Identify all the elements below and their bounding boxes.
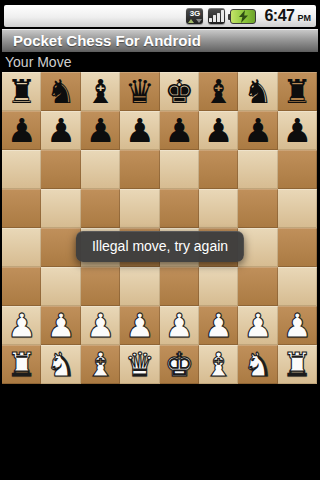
black-knight: ♞ [243, 72, 273, 111]
black-pawn: ♟ [164, 111, 194, 150]
square-c6[interactable] [81, 150, 120, 189]
square-d8[interactable]: ♛ [120, 72, 159, 111]
square-g7[interactable]: ♟ [238, 111, 277, 150]
clock-time: 6:47 [264, 7, 294, 25]
square-a8[interactable]: ♜ [2, 72, 41, 111]
white-rook: ♜ [7, 345, 37, 384]
toast-message: Illegal move, try again [76, 231, 244, 262]
white-pawn: ♟ [125, 306, 155, 345]
square-f5[interactable] [199, 189, 238, 228]
square-f8[interactable]: ♝ [199, 72, 238, 111]
black-pawn: ♟ [125, 111, 155, 150]
status-clock: 6:47 PM [264, 7, 311, 25]
black-rook: ♜ [7, 72, 37, 111]
square-h7[interactable]: ♟ [278, 111, 317, 150]
square-e1[interactable]: ♚ [160, 345, 199, 384]
white-king: ♚ [164, 345, 194, 384]
square-h2[interactable]: ♟ [278, 306, 317, 345]
square-f3[interactable] [199, 267, 238, 306]
white-bishop: ♝ [204, 345, 234, 384]
square-a3[interactable] [2, 267, 41, 306]
square-b7[interactable]: ♟ [41, 111, 80, 150]
network-3g-label: 3G [190, 10, 201, 18]
black-pawn: ♟ [204, 111, 234, 150]
square-a7[interactable]: ♟ [2, 111, 41, 150]
square-b6[interactable] [41, 150, 80, 189]
square-g1[interactable]: ♞ [238, 345, 277, 384]
white-pawn: ♟ [204, 306, 234, 345]
square-d7[interactable]: ♟ [120, 111, 159, 150]
square-g3[interactable] [238, 267, 277, 306]
square-f6[interactable] [199, 150, 238, 189]
black-bishop: ♝ [204, 72, 234, 111]
square-h3[interactable] [278, 267, 317, 306]
move-status-bar: Your Move [2, 52, 318, 72]
black-pawn: ♟ [283, 111, 313, 150]
square-e6[interactable] [160, 150, 199, 189]
square-b5[interactable] [41, 189, 80, 228]
square-a2[interactable]: ♟ [2, 306, 41, 345]
signal-strength-icon [208, 8, 225, 24]
square-h4[interactable] [278, 228, 317, 267]
square-e5[interactable] [160, 189, 199, 228]
battery-charging-icon [230, 9, 256, 24]
white-pawn: ♟ [46, 306, 76, 345]
square-e2[interactable]: ♟ [160, 306, 199, 345]
white-pawn: ♟ [86, 306, 116, 345]
move-status-text: Your Move [2, 54, 71, 70]
black-queen: ♛ [125, 72, 155, 111]
data-traffic-arrows-icon [188, 19, 202, 23]
square-e3[interactable] [160, 267, 199, 306]
white-pawn: ♟ [7, 306, 37, 345]
square-b4[interactable] [41, 228, 80, 267]
black-king: ♚ [164, 72, 194, 111]
square-h5[interactable] [278, 189, 317, 228]
white-rook: ♜ [283, 345, 313, 384]
square-e7[interactable]: ♟ [160, 111, 199, 150]
black-bishop: ♝ [86, 72, 116, 111]
square-g6[interactable] [238, 150, 277, 189]
square-d6[interactable] [120, 150, 159, 189]
white-knight: ♞ [243, 345, 273, 384]
square-h6[interactable] [278, 150, 317, 189]
lightning-bolt-icon [238, 10, 249, 23]
app-title-bar: Pocket Chess For Android [2, 29, 318, 52]
square-b2[interactable]: ♟ [41, 306, 80, 345]
square-c3[interactable] [81, 267, 120, 306]
square-g4[interactable] [238, 228, 277, 267]
status-bar: 3G 6:47 PM [4, 5, 316, 27]
black-pawn: ♟ [243, 111, 273, 150]
square-c1[interactable]: ♝ [81, 345, 120, 384]
square-h1[interactable]: ♜ [278, 345, 317, 384]
square-f2[interactable]: ♟ [199, 306, 238, 345]
square-a1[interactable]: ♜ [2, 345, 41, 384]
white-pawn: ♟ [164, 306, 194, 345]
square-f7[interactable]: ♟ [199, 111, 238, 150]
black-rook: ♜ [283, 72, 313, 111]
square-e8[interactable]: ♚ [160, 72, 199, 111]
black-pawn: ♟ [7, 111, 37, 150]
square-b1[interactable]: ♞ [41, 345, 80, 384]
square-g5[interactable] [238, 189, 277, 228]
square-b3[interactable] [41, 267, 80, 306]
white-bishop: ♝ [86, 345, 116, 384]
square-d3[interactable] [120, 267, 159, 306]
square-a5[interactable] [2, 189, 41, 228]
black-pawn: ♟ [86, 111, 116, 150]
square-d5[interactable] [120, 189, 159, 228]
square-d1[interactable]: ♛ [120, 345, 159, 384]
white-pawn: ♟ [283, 306, 313, 345]
square-b8[interactable]: ♞ [41, 72, 80, 111]
square-h8[interactable]: ♜ [278, 72, 317, 111]
square-c8[interactable]: ♝ [81, 72, 120, 111]
square-g2[interactable]: ♟ [238, 306, 277, 345]
chess-board: ♜♞♝♛♚♝♞♜♟♟♟♟♟♟♟♟♟♟♟♟♟♟♟♟♜♞♝♛♚♝♞♜ [2, 72, 317, 384]
square-g8[interactable]: ♞ [238, 72, 277, 111]
black-knight: ♞ [46, 72, 76, 111]
square-a4[interactable] [2, 228, 41, 267]
white-pawn: ♟ [243, 306, 273, 345]
square-c2[interactable]: ♟ [81, 306, 120, 345]
black-pawn: ♟ [46, 111, 76, 150]
white-queen: ♛ [125, 345, 155, 384]
square-f1[interactable]: ♝ [199, 345, 238, 384]
clock-meridiem: PM [298, 13, 312, 23]
white-knight: ♞ [46, 345, 76, 384]
square-a6[interactable] [2, 150, 41, 189]
square-c5[interactable] [81, 189, 120, 228]
square-d2[interactable]: ♟ [120, 306, 159, 345]
network-3g-icon: 3G [186, 8, 203, 24]
square-c7[interactable]: ♟ [81, 111, 120, 150]
app-title: Pocket Chess For Android [2, 32, 201, 49]
